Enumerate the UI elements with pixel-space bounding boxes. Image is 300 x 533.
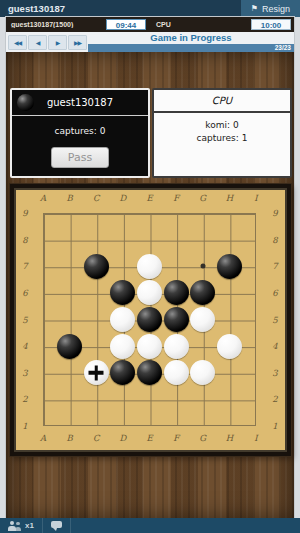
intersection-A6[interactable] — [30, 280, 57, 307]
intersection-I1[interactable] — [243, 413, 270, 440]
black-stone-D3 — [110, 360, 135, 385]
intersection-H5[interactable] — [216, 306, 243, 333]
viewers-indicator[interactable]: x1 — [0, 518, 43, 533]
black-card-name: guest130187 — [47, 97, 113, 108]
coord-label: 5 — [267, 306, 283, 333]
white-card-header: CPU — [154, 90, 290, 113]
intersection-I9[interactable] — [243, 200, 270, 227]
viewer-count: x1 — [25, 521, 34, 530]
nav-bar: ◀◀◀▶▶▶ Game in Progress 23/23 — [6, 32, 294, 52]
stones-layer — [30, 200, 270, 440]
intersection-I5[interactable] — [243, 306, 270, 333]
intersection-F5[interactable] — [163, 306, 190, 333]
intersection-F4[interactable] — [163, 333, 190, 360]
top-bar: guest130187 ⚑ Resign — [0, 0, 300, 17]
intersection-I2[interactable] — [243, 386, 270, 413]
black-stone-icon — [17, 94, 34, 111]
intersection-B5[interactable] — [56, 306, 83, 333]
intersection-E7[interactable] — [136, 253, 163, 280]
intersection-H2[interactable] — [216, 386, 243, 413]
black-stone-E5 — [137, 307, 162, 332]
intersection-D4[interactable] — [110, 333, 137, 360]
intersection-A4[interactable] — [30, 333, 57, 360]
white-stone-C3 — [84, 360, 109, 385]
intersection-F7[interactable] — [163, 253, 190, 280]
intersection-B4[interactable] — [56, 333, 83, 360]
coord-label: 2 — [267, 386, 283, 413]
coord-label: 9 — [267, 200, 283, 227]
intersection-E5[interactable] — [136, 306, 163, 333]
resign-label: Resign — [262, 4, 290, 14]
intersection-E9[interactable] — [136, 200, 163, 227]
white-stone-E6 — [137, 280, 162, 305]
intersection-G1[interactable] — [189, 413, 216, 440]
coord-label: 6 — [267, 280, 283, 307]
intersection-G8[interactable] — [189, 226, 216, 253]
white-stone-D4 — [110, 334, 135, 359]
white-stone-F3 — [164, 360, 189, 385]
first-move-button[interactable]: ◀◀ — [8, 35, 27, 50]
intersection-A3[interactable] — [30, 359, 57, 386]
intersection-D2[interactable] — [110, 386, 137, 413]
intersection-F6[interactable] — [163, 280, 190, 307]
white-card-body: komi: 0 captures: 1 — [154, 113, 290, 145]
intersection-G5[interactable] — [189, 306, 216, 333]
chat-button[interactable] — [43, 518, 71, 533]
intersection-F3[interactable] — [163, 359, 190, 386]
prev-move-button[interactable]: ◀ — [28, 35, 47, 50]
intersection-F9[interactable] — [163, 200, 190, 227]
intersection-D3[interactable] — [110, 359, 137, 386]
intersection-I6[interactable] — [243, 280, 270, 307]
intersection-C4[interactable] — [83, 333, 110, 360]
intersection-I8[interactable] — [243, 226, 270, 253]
intersection-F8[interactable] — [163, 226, 190, 253]
game-status-label: Game in Progress — [88, 32, 294, 44]
intersection-G6[interactable] — [189, 280, 216, 307]
black-player-card: guest130187 captures: 0 Pass — [10, 88, 150, 178]
intersection-G4[interactable] — [189, 333, 216, 360]
white-captures-label: captures: 1 — [154, 132, 290, 145]
intersection-D7[interactable] — [110, 253, 137, 280]
intersection-C2[interactable] — [83, 386, 110, 413]
white-stone-E4 — [137, 334, 162, 359]
table-background: guest130187 captures: 0 Pass CPU komi: 0… — [6, 52, 294, 518]
white-stone-F4 — [164, 334, 189, 359]
intersection-D1[interactable] — [110, 413, 137, 440]
intersection-E6[interactable] — [136, 280, 163, 307]
username-label: guest130187 — [0, 3, 65, 14]
intersection-F1[interactable] — [163, 413, 190, 440]
intersection-I4[interactable] — [243, 333, 270, 360]
black-stone-F5 — [164, 307, 189, 332]
intersection-E4[interactable] — [136, 333, 163, 360]
last-move-button[interactable]: ▶▶ — [68, 35, 87, 50]
black-card-header: guest130187 — [12, 90, 148, 116]
intersection-H1[interactable] — [216, 413, 243, 440]
black-stone-E3 — [137, 360, 162, 385]
intersection-C7[interactable] — [83, 253, 110, 280]
intersection-A2[interactable] — [30, 386, 57, 413]
black-player-label: guest130187(1500) — [6, 21, 106, 28]
pass-button[interactable]: Pass — [51, 147, 109, 168]
intersection-G3[interactable] — [189, 359, 216, 386]
intersection-C5[interactable] — [83, 306, 110, 333]
intersection-H4[interactable] — [216, 333, 243, 360]
intersection-H9[interactable] — [216, 200, 243, 227]
black-captures-label: captures: 0 — [12, 125, 148, 138]
intersection-B9[interactable] — [56, 200, 83, 227]
chat-icon — [51, 521, 62, 528]
intersection-E3[interactable] — [136, 359, 163, 386]
intersection-G9[interactable] — [189, 200, 216, 227]
resign-button[interactable]: ⚑ Resign — [241, 0, 300, 17]
last-move-marker — [89, 365, 104, 380]
intersection-F2[interactable] — [163, 386, 190, 413]
intersection-I3[interactable] — [243, 359, 270, 386]
black-stone-C7 — [84, 254, 109, 279]
black-stone-D6 — [110, 280, 135, 305]
intersection-D6[interactable] — [110, 280, 137, 307]
intersection-I7[interactable] — [243, 253, 270, 280]
intersection-A9[interactable] — [30, 200, 57, 227]
intersection-E2[interactable] — [136, 386, 163, 413]
black-stone-G6 — [190, 280, 215, 305]
intersection-B1[interactable] — [56, 413, 83, 440]
white-stone-G3 — [190, 360, 215, 385]
go-board: ABCDEFGHI ABCDEFGHI 987654321 987654321 — [10, 184, 291, 456]
intersection-H8[interactable] — [216, 226, 243, 253]
intersection-B3[interactable] — [56, 359, 83, 386]
intersection-D5[interactable] — [110, 306, 137, 333]
intersection-A7[interactable] — [30, 253, 57, 280]
coord-label: 4 — [267, 333, 283, 360]
komi-label: komi: 0 — [154, 119, 290, 132]
intersection-C8[interactable] — [83, 226, 110, 253]
intersection-A5[interactable] — [30, 306, 57, 333]
black-stone-F6 — [164, 280, 189, 305]
intersection-H7[interactable] — [216, 253, 243, 280]
intersection-A8[interactable] — [30, 226, 57, 253]
intersection-C3[interactable] — [83, 359, 110, 386]
intersection-H3[interactable] — [216, 359, 243, 386]
white-stone-G5 — [190, 307, 215, 332]
game-panel: guest130187(1500) 09:44 CPU 10:00 ◀◀◀▶▶▶… — [6, 17, 294, 518]
move-counter: 23/23 — [275, 44, 291, 52]
players-icon — [8, 521, 21, 531]
coord-label: 7 — [267, 253, 283, 280]
white-player-label: CPU — [149, 21, 251, 28]
intersection-E1[interactable] — [136, 413, 163, 440]
intersection-D8[interactable] — [110, 226, 137, 253]
white-player-card: CPU komi: 0 captures: 1 — [152, 88, 292, 178]
black-stone-B4 — [57, 334, 82, 359]
bottom-bar: x1 — [0, 518, 300, 533]
intersection-B7[interactable] — [56, 253, 83, 280]
intersection-D9[interactable] — [110, 200, 137, 227]
score-bar: guest130187(1500) 09:44 CPU 10:00 — [6, 17, 294, 32]
app-window: guest130187 ⚑ Resign guest130187(1500) 0… — [0, 0, 300, 533]
flag-icon: ⚑ — [251, 5, 258, 13]
white-stone-E7 — [137, 254, 162, 279]
coord-label: 3 — [267, 359, 283, 386]
white-stone-H4 — [217, 334, 242, 359]
move-nav-buttons: ◀◀◀▶▶▶ — [6, 32, 88, 52]
black-clock: 09:44 — [106, 19, 146, 30]
coord-label: 1 — [267, 413, 283, 440]
intersection-B2[interactable] — [56, 386, 83, 413]
intersection-H6[interactable] — [216, 280, 243, 307]
row-labels-right: 987654321 — [267, 200, 283, 440]
status-column: Game in Progress 23/23 — [88, 32, 294, 52]
black-card-body: captures: 0 Pass — [12, 116, 148, 168]
board-surface: ABCDEFGHI ABCDEFGHI 987654321 987654321 — [14, 188, 287, 452]
white-clock: 10:00 — [251, 19, 291, 30]
coord-label: 8 — [267, 226, 283, 253]
intersection-C6[interactable] — [83, 280, 110, 307]
intersection-C1[interactable] — [83, 413, 110, 440]
intersection-B8[interactable] — [56, 226, 83, 253]
intersection-E8[interactable] — [136, 226, 163, 253]
intersection-G7[interactable] — [189, 253, 216, 280]
move-progress-bar[interactable]: 23/23 — [88, 44, 294, 52]
intersection-G2[interactable] — [189, 386, 216, 413]
white-stone-D5 — [110, 307, 135, 332]
black-stone-H7 — [217, 254, 242, 279]
next-move-button[interactable]: ▶ — [48, 35, 67, 50]
intersection-C9[interactable] — [83, 200, 110, 227]
intersection-A1[interactable] — [30, 413, 57, 440]
white-card-name: CPU — [212, 95, 232, 106]
intersection-B6[interactable] — [56, 280, 83, 307]
